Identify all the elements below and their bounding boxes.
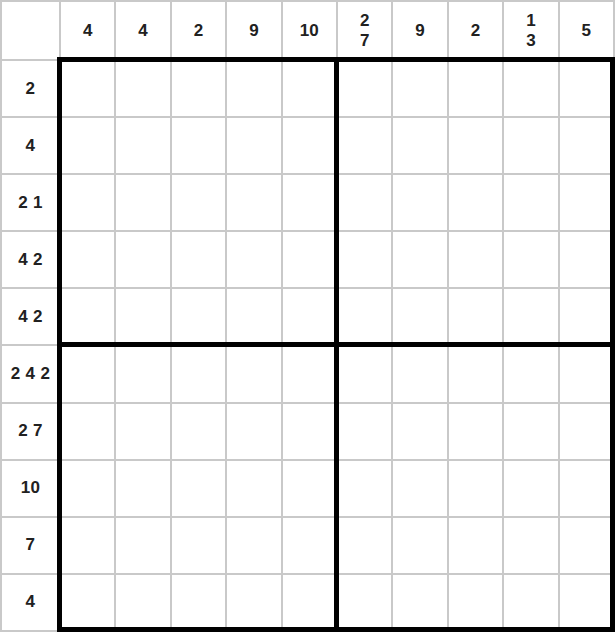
col-clue-10: 5 [560, 2, 613, 59]
cell-r7-c7[interactable] [393, 404, 446, 459]
clue-corner-cell [2, 2, 59, 59]
cell-r3-c1[interactable] [61, 175, 114, 230]
cell-r10-c10[interactable] [560, 575, 613, 630]
cell-r2-c2[interactable] [116, 118, 169, 173]
cell-r6-c7[interactable] [393, 346, 446, 401]
cell-r10-c4[interactable] [227, 575, 280, 630]
col-clue-5-number-1: 10 [300, 21, 319, 41]
cell-r4-c1[interactable] [61, 232, 114, 287]
cell-r7-c10[interactable] [560, 404, 613, 459]
row-clue-10: 4 [2, 575, 59, 630]
row-clue-8: 10 [2, 461, 59, 516]
col-clue-7-number-1: 9 [415, 21, 424, 41]
col-clue-8-number-1: 2 [471, 21, 480, 41]
cell-r5-c7[interactable] [393, 289, 446, 344]
cell-r10-c1[interactable] [61, 575, 114, 630]
cell-r10-c3[interactable] [172, 575, 225, 630]
cell-r9-c8[interactable] [449, 518, 502, 573]
cell-r9-c9[interactable] [504, 518, 557, 573]
nonogram-board: 4429102792135242 14 24 22 4 22 71074 [0, 0, 615, 632]
cell-r2-c8[interactable] [449, 118, 502, 173]
row-clue-9: 7 [2, 518, 59, 573]
cell-r3-c10[interactable] [560, 175, 613, 230]
cell-r3-c8[interactable] [449, 175, 502, 230]
row-clue-5: 4 2 [2, 289, 59, 344]
cell-r8-c2[interactable] [116, 461, 169, 516]
cell-r1-c8[interactable] [449, 61, 502, 116]
cell-r6-c8[interactable] [449, 346, 502, 401]
cell-r10-c6[interactable] [338, 575, 391, 630]
cell-r6-c10[interactable] [560, 346, 613, 401]
cell-r8-c1[interactable] [61, 461, 114, 516]
col-clue-10-number-1: 5 [582, 21, 591, 41]
cell-r1-c2[interactable] [116, 61, 169, 116]
cell-r3-c2[interactable] [116, 175, 169, 230]
cell-r8-c7[interactable] [393, 461, 446, 516]
cell-r9-c4[interactable] [227, 518, 280, 573]
col-clue-7: 9 [393, 2, 446, 59]
cell-r1-c5[interactable] [283, 61, 336, 116]
col-clue-8: 2 [449, 2, 502, 59]
cell-r1-c6[interactable] [338, 61, 391, 116]
cell-r6-c5[interactable] [283, 346, 336, 401]
cell-r10-c2[interactable] [116, 575, 169, 630]
cell-r9-c5[interactable] [283, 518, 336, 573]
col-clue-4: 9 [227, 2, 280, 59]
cell-r6-c2[interactable] [116, 346, 169, 401]
cell-r10-c9[interactable] [504, 575, 557, 630]
col-clue-6-number-2: 7 [360, 31, 369, 51]
cell-r10-c5[interactable] [283, 575, 336, 630]
cell-r9-c1[interactable] [61, 518, 114, 573]
cell-r8-c6[interactable] [338, 461, 391, 516]
cell-r5-c6[interactable] [338, 289, 391, 344]
cell-r7-c9[interactable] [504, 404, 557, 459]
cell-r1-c9[interactable] [504, 61, 557, 116]
cell-r4-c3[interactable] [172, 232, 225, 287]
col-clue-6: 27 [338, 2, 391, 59]
cell-r5-c5[interactable] [283, 289, 336, 344]
cell-r7-c6[interactable] [338, 404, 391, 459]
cell-r4-c9[interactable] [504, 232, 557, 287]
cell-r4-c6[interactable] [338, 232, 391, 287]
cell-r1-c1[interactable] [61, 61, 114, 116]
cell-r5-c8[interactable] [449, 289, 502, 344]
col-clue-5: 10 [283, 2, 336, 59]
cell-r7-c8[interactable] [449, 404, 502, 459]
cell-r8-c10[interactable] [560, 461, 613, 516]
cell-r3-c6[interactable] [338, 175, 391, 230]
cell-r4-c10[interactable] [560, 232, 613, 287]
cell-r3-c3[interactable] [172, 175, 225, 230]
row-clue-3: 2 1 [2, 175, 59, 230]
cell-r6-c4[interactable] [227, 346, 280, 401]
cell-r3-c4[interactable] [227, 175, 280, 230]
cell-r8-c9[interactable] [504, 461, 557, 516]
cell-r8-c8[interactable] [449, 461, 502, 516]
col-clue-1: 4 [61, 2, 114, 59]
cell-r2-c4[interactable] [227, 118, 280, 173]
cell-r2-c1[interactable] [61, 118, 114, 173]
cell-r9-c6[interactable] [338, 518, 391, 573]
cell-r1-c3[interactable] [172, 61, 225, 116]
cell-r2-c3[interactable] [172, 118, 225, 173]
cell-r10-c7[interactable] [393, 575, 446, 630]
cell-r4-c2[interactable] [116, 232, 169, 287]
cell-r9-c7[interactable] [393, 518, 446, 573]
cell-r7-c3[interactable] [172, 404, 225, 459]
cell-r8-c3[interactable] [172, 461, 225, 516]
cell-r7-c4[interactable] [227, 404, 280, 459]
col-clue-2-number-1: 4 [138, 21, 147, 41]
cell-r2-c7[interactable] [393, 118, 446, 173]
cell-r5-c10[interactable] [560, 289, 613, 344]
cell-r1-c10[interactable] [560, 61, 613, 116]
cell-r5-c9[interactable] [504, 289, 557, 344]
cell-r6-c9[interactable] [504, 346, 557, 401]
cell-r4-c4[interactable] [227, 232, 280, 287]
cell-r2-c10[interactable] [560, 118, 613, 173]
cell-r4-c7[interactable] [393, 232, 446, 287]
row-clue-1: 2 [2, 61, 59, 116]
cell-r4-c5[interactable] [283, 232, 336, 287]
cell-r2-c9[interactable] [504, 118, 557, 173]
col-clue-2: 4 [116, 2, 169, 59]
cell-r5-c1[interactable] [61, 289, 114, 344]
cell-r5-c2[interactable] [116, 289, 169, 344]
col-clue-1-number-1: 4 [83, 21, 92, 41]
cell-r9-c10[interactable] [560, 518, 613, 573]
col-clue-9-number-2: 3 [526, 31, 535, 51]
row-clue-7: 2 7 [2, 404, 59, 459]
cell-r3-c7[interactable] [393, 175, 446, 230]
cell-r1-c4[interactable] [227, 61, 280, 116]
col-clue-6-number-1: 2 [360, 11, 369, 31]
cell-r10-c8[interactable] [449, 575, 502, 630]
col-clue-9: 13 [504, 2, 557, 59]
col-clue-9-number-1: 1 [526, 11, 535, 31]
row-clue-2: 4 [2, 118, 59, 173]
col-clue-4-number-1: 9 [249, 21, 258, 41]
nonogram-grid: 4429102792135242 14 24 22 4 22 71074 [0, 0, 615, 632]
row-clue-6: 2 4 2 [2, 346, 59, 401]
cell-r5-c4[interactable] [227, 289, 280, 344]
cell-r2-c5[interactable] [283, 118, 336, 173]
cell-r5-c3[interactable] [172, 289, 225, 344]
cell-r7-c2[interactable] [116, 404, 169, 459]
cell-r9-c3[interactable] [172, 518, 225, 573]
cell-r6-c3[interactable] [172, 346, 225, 401]
cell-r7-c1[interactable] [61, 404, 114, 459]
col-clue-3: 2 [172, 2, 225, 59]
cell-r3-c9[interactable] [504, 175, 557, 230]
cell-r8-c5[interactable] [283, 461, 336, 516]
cell-r1-c7[interactable] [393, 61, 446, 116]
row-clue-4: 4 2 [2, 232, 59, 287]
cell-r4-c8[interactable] [449, 232, 502, 287]
cell-r9-c2[interactable] [116, 518, 169, 573]
cell-r6-c6[interactable] [338, 346, 391, 401]
cell-r6-c1[interactable] [61, 346, 114, 401]
cell-r8-c4[interactable] [227, 461, 280, 516]
cell-r7-c5[interactable] [283, 404, 336, 459]
col-clue-3-number-1: 2 [194, 21, 203, 41]
cell-r3-c5[interactable] [283, 175, 336, 230]
cell-r2-c6[interactable] [338, 118, 391, 173]
